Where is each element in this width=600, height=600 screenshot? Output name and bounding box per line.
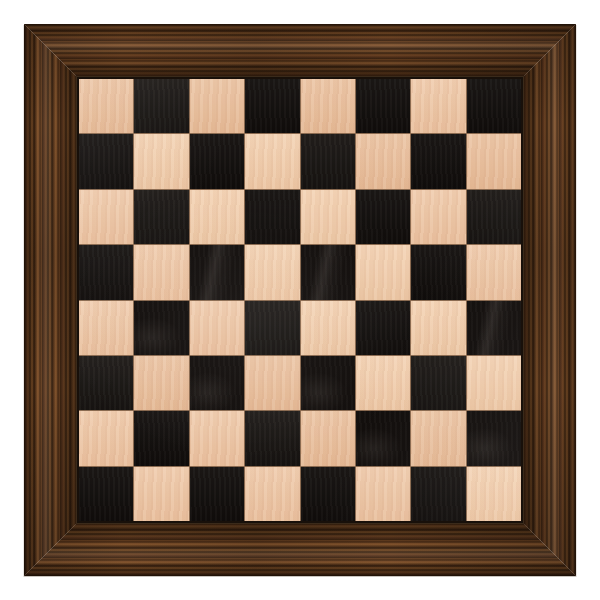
- square-d5[interactable]: [245, 245, 299, 299]
- square-f7[interactable]: [356, 134, 410, 188]
- square-e3[interactable]: [301, 356, 355, 410]
- square-e2[interactable]: [301, 411, 355, 465]
- square-b4[interactable]: [134, 301, 188, 355]
- square-c5[interactable]: [190, 245, 244, 299]
- page-background: [0, 0, 600, 600]
- square-f4[interactable]: [356, 301, 410, 355]
- square-g6[interactable]: [411, 190, 465, 244]
- square-a4[interactable]: [79, 301, 133, 355]
- square-b6[interactable]: [134, 190, 188, 244]
- square-c1[interactable]: [190, 467, 244, 521]
- square-h5[interactable]: [467, 245, 521, 299]
- square-c8[interactable]: [190, 79, 244, 133]
- square-h8[interactable]: [467, 79, 521, 133]
- square-f1[interactable]: [356, 467, 410, 521]
- square-d3[interactable]: [245, 356, 299, 410]
- board-frame-bottom: [24, 523, 576, 576]
- square-g8[interactable]: [411, 79, 465, 133]
- square-a3[interactable]: [79, 356, 133, 410]
- square-e1[interactable]: [301, 467, 355, 521]
- square-a7[interactable]: [79, 134, 133, 188]
- square-c6[interactable]: [190, 190, 244, 244]
- square-b1[interactable]: [134, 467, 188, 521]
- square-h1[interactable]: [467, 467, 521, 521]
- square-a1[interactable]: [79, 467, 133, 521]
- square-h3[interactable]: [467, 356, 521, 410]
- chess-board: [24, 24, 576, 576]
- square-g4[interactable]: [411, 301, 465, 355]
- square-e7[interactable]: [301, 134, 355, 188]
- board-frame-right: [523, 24, 576, 576]
- square-g2[interactable]: [411, 411, 465, 465]
- square-g7[interactable]: [411, 134, 465, 188]
- square-h6[interactable]: [467, 190, 521, 244]
- square-f2[interactable]: [356, 411, 410, 465]
- square-d2[interactable]: [245, 411, 299, 465]
- square-b8[interactable]: [134, 79, 188, 133]
- square-e4[interactable]: [301, 301, 355, 355]
- square-f3[interactable]: [356, 356, 410, 410]
- board-frame-left: [24, 24, 77, 576]
- square-g5[interactable]: [411, 245, 465, 299]
- square-g1[interactable]: [411, 467, 465, 521]
- square-d4[interactable]: [245, 301, 299, 355]
- square-e6[interactable]: [301, 190, 355, 244]
- square-a8[interactable]: [79, 79, 133, 133]
- square-d6[interactable]: [245, 190, 299, 244]
- board-frame-top: [24, 24, 576, 77]
- square-b5[interactable]: [134, 245, 188, 299]
- square-c4[interactable]: [190, 301, 244, 355]
- square-b2[interactable]: [134, 411, 188, 465]
- square-e5[interactable]: [301, 245, 355, 299]
- square-c2[interactable]: [190, 411, 244, 465]
- square-c7[interactable]: [190, 134, 244, 188]
- square-c3[interactable]: [190, 356, 244, 410]
- square-h2[interactable]: [467, 411, 521, 465]
- square-h4[interactable]: [467, 301, 521, 355]
- square-a5[interactable]: [79, 245, 133, 299]
- square-f6[interactable]: [356, 190, 410, 244]
- playing-area: [77, 77, 523, 523]
- square-g3[interactable]: [411, 356, 465, 410]
- square-a2[interactable]: [79, 411, 133, 465]
- square-a6[interactable]: [79, 190, 133, 244]
- square-d1[interactable]: [245, 467, 299, 521]
- square-d7[interactable]: [245, 134, 299, 188]
- square-f8[interactable]: [356, 79, 410, 133]
- square-b3[interactable]: [134, 356, 188, 410]
- square-f5[interactable]: [356, 245, 410, 299]
- square-b7[interactable]: [134, 134, 188, 188]
- square-e8[interactable]: [301, 79, 355, 133]
- square-h7[interactable]: [467, 134, 521, 188]
- square-d8[interactable]: [245, 79, 299, 133]
